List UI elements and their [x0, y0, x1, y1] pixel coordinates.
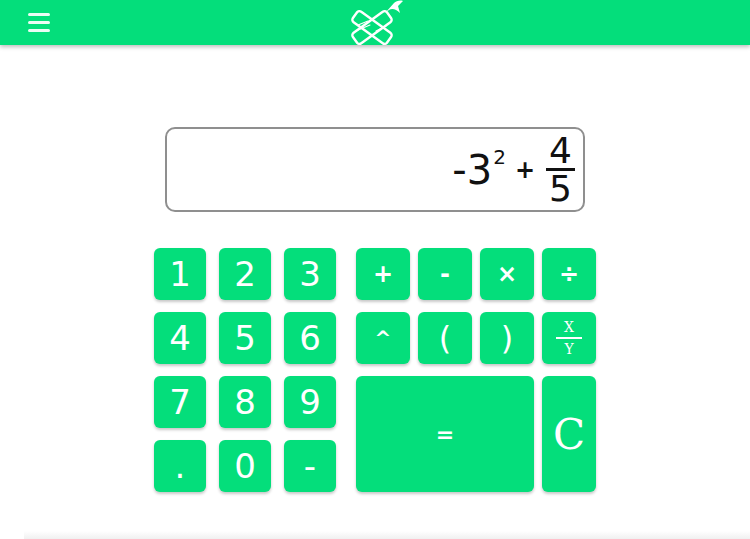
digit-pad: 1 2 3 4 5 6 7 8 9 . 0 - [154, 248, 336, 492]
fraction-key-bottom: Y [564, 342, 573, 356]
key-add[interactable]: + [356, 248, 410, 300]
key-power[interactable]: ^ [356, 312, 410, 364]
expression-display: -32 + 4 5 [165, 127, 585, 212]
bottom-fade [24, 531, 750, 539]
key-4[interactable]: 4 [154, 312, 206, 364]
fraction-numerator: 4 [546, 134, 575, 167]
key-dot[interactable]: . [154, 440, 206, 492]
fraction-denominator: 5 [546, 172, 575, 205]
fraction: 4 5 [546, 134, 575, 205]
exponent: 2 [493, 147, 506, 167]
key-fraction[interactable]: X Y [542, 312, 596, 364]
base-number: 3 [467, 150, 492, 190]
key-7[interactable]: 7 [154, 376, 206, 428]
key-9[interactable]: 9 [284, 376, 336, 428]
key-clear[interactable]: C [542, 376, 596, 492]
fraction-key-bar [556, 337, 582, 339]
menu-button[interactable] [28, 13, 52, 32]
key-minus[interactable]: - [284, 440, 336, 492]
key-6[interactable]: 6 [284, 312, 336, 364]
hamburger-icon [28, 13, 50, 16]
key-subtract[interactable]: - [418, 248, 472, 300]
key-equals[interactable]: = [356, 376, 534, 492]
key-divide[interactable]: ÷ [542, 248, 596, 300]
key-0[interactable]: 0 [219, 440, 271, 492]
plus-operator: + [515, 158, 535, 182]
key-3[interactable]: 3 [284, 248, 336, 300]
app-logo [345, 0, 405, 45]
key-multiply[interactable]: × [480, 248, 534, 300]
keypad: 1 2 3 4 5 6 7 8 9 . 0 - + - × ÷ ^ ( ) X … [0, 248, 750, 492]
fraction-key-top: X [564, 320, 574, 334]
expression: -32 + 4 5 [452, 134, 575, 205]
key-5[interactable]: 5 [219, 312, 271, 364]
minus-sign: - [452, 150, 466, 190]
key-2[interactable]: 2 [219, 248, 271, 300]
key-close-paren[interactable]: ) [480, 312, 534, 364]
key-open-paren[interactable]: ( [418, 312, 472, 364]
sketch-x-logo-icon [345, 0, 405, 45]
app-header [0, 0, 750, 45]
key-8[interactable]: 8 [219, 376, 271, 428]
key-1[interactable]: 1 [154, 248, 206, 300]
calculator-app: -32 + 4 5 1 2 3 4 5 6 7 8 9 . 0 - + - [0, 0, 750, 539]
operator-pad: + - × ÷ ^ ( ) X Y = C [356, 248, 596, 492]
